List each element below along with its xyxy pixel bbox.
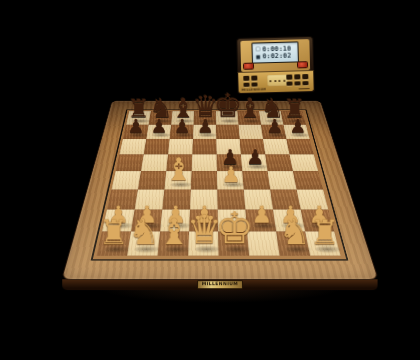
- red-button-right: [297, 61, 308, 68]
- key-group-right: [286, 74, 308, 86]
- key-group-left: [243, 75, 257, 86]
- brand-plaque: MILLENNIUM: [197, 280, 243, 289]
- red-button-left: [243, 63, 254, 70]
- clock-key: [302, 81, 308, 86]
- black-time-row: ■ 0:02:02: [256, 52, 295, 60]
- clock-key: [251, 75, 257, 80]
- square-h5: [289, 154, 318, 171]
- clock-key: [286, 81, 292, 86]
- clock-keypad-panel: MILLENNIUM: [237, 70, 315, 94]
- white-side-icon: □: [256, 47, 261, 52]
- piece-black-pawn-d7: ♟: [190, 117, 220, 136]
- piece-white-rook-h1: ♜: [305, 216, 345, 250]
- piece-white-bishop-c4: ♝: [162, 154, 196, 185]
- clock-key: [294, 74, 300, 79]
- black-side-icon: ■: [256, 54, 261, 59]
- board-front-edge: MILLENNIUM: [62, 279, 378, 290]
- scene: MILLENNIUM ♜♞♝♛♚♝♞♜♟♟♟♟♟♟♟♟♝♟♟♟♟♟♟♟♟♜♞♝♛…: [0, 0, 420, 360]
- piece-black-pawn-h7: ♟: [283, 117, 313, 136]
- clock-brand-label: MILLENNIUM: [242, 88, 267, 92]
- piece-white-king-e1: ♚: [215, 207, 255, 250]
- clock-key: [251, 82, 257, 87]
- black-time: 0:02:02: [262, 53, 291, 60]
- piece-white-pawn-e4: ♟: [214, 164, 248, 185]
- square-a5: [116, 154, 144, 171]
- clock-key: [286, 75, 292, 80]
- chess-clock-module: □ 0:00:10 ■ 0:02:02 MILLENNIUM: [236, 36, 314, 94]
- center-key-strip: [267, 75, 287, 87]
- clock-lcd: □ 0:00:10 ■ 0:02:02: [251, 41, 299, 63]
- square-a6: [119, 139, 146, 154]
- chess-set-photo: MILLENNIUM ♜♞♝♛♚♝♞♜♟♟♟♟♟♟♟♟♝♟♟♟♟♟♟♟♟♜♞♝♛…: [0, 0, 420, 360]
- chess-board: MILLENNIUM ♜♞♝♛♚♝♞♜♟♟♟♟♟♟♟♟♝♟♟♟♟♟♟♟♟♜♞♝♛…: [61, 101, 379, 280]
- clock-key: [243, 82, 249, 87]
- clock-key: [302, 74, 308, 79]
- clock-key: [243, 76, 249, 81]
- square-a4: [111, 171, 140, 189]
- square-h4: [293, 171, 323, 189]
- clock-display-housing: □ 0:00:10 ■ 0:02:02: [236, 36, 314, 72]
- square-h6: [286, 139, 313, 154]
- clock-model-mark: [299, 88, 310, 90]
- clock-key: [294, 81, 300, 86]
- square-g4: [268, 171, 297, 189]
